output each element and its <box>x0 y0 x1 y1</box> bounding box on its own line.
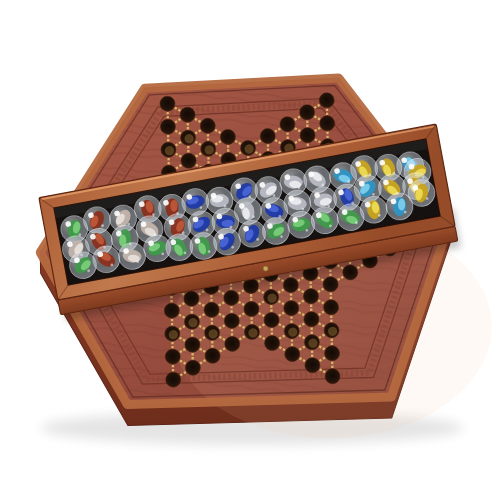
inlay-dash <box>278 301 280 302</box>
inlay-dash <box>275 131 277 132</box>
inlay-dash <box>239 302 241 303</box>
inlay-dash <box>299 326 301 327</box>
inlay-dash <box>195 132 197 133</box>
inlay-dash <box>179 156 181 157</box>
inlay-dash <box>279 142 281 143</box>
inlay-dash <box>262 301 264 302</box>
inlay-dash <box>219 132 221 133</box>
board-hole <box>305 358 320 373</box>
inlay-dash <box>179 328 181 329</box>
inlay-dash <box>200 349 202 350</box>
inlay-dash <box>239 143 241 144</box>
inlay-dash <box>299 358 301 359</box>
inlay-dash <box>179 305 181 306</box>
board-hole <box>325 369 340 384</box>
board-hole <box>260 128 275 143</box>
inlay-dash <box>199 153 201 154</box>
inlay-dash <box>200 362 202 363</box>
inlay-dash <box>222 316 224 317</box>
inlay-dash <box>219 327 221 328</box>
inlay-dash <box>298 303 300 304</box>
board-hole <box>165 349 180 364</box>
inlay-dash <box>319 337 321 338</box>
board-hole <box>300 128 315 143</box>
inlay-dash <box>219 314 221 315</box>
inlay-dash <box>196 155 198 156</box>
board-hole <box>220 129 235 144</box>
inlay-dash <box>259 336 261 337</box>
inlay-dash <box>179 142 181 143</box>
inlay-dash <box>242 313 244 314</box>
inlay-dash <box>322 312 324 313</box>
inlay-dash <box>278 292 280 293</box>
inlay-dash <box>179 165 181 166</box>
inlay-dash <box>184 363 186 364</box>
inlay-dash <box>202 305 204 306</box>
inlay-dash <box>295 142 297 143</box>
inlay-dash <box>299 312 301 313</box>
chinese-checkers-product-photo <box>0 0 500 500</box>
inlay-dash <box>202 314 204 315</box>
inlay-dash <box>319 323 321 324</box>
inlay-dash <box>238 292 240 293</box>
inlay-dash <box>263 338 265 339</box>
inlay-dash <box>322 302 324 303</box>
inlay-dash <box>320 369 322 370</box>
inlay-dash <box>176 154 178 155</box>
inlay-dash <box>275 140 277 141</box>
inlay-dash <box>318 291 320 292</box>
inlay-dash <box>303 360 305 361</box>
inlay-dash <box>302 324 304 325</box>
inlay-dash <box>215 130 217 131</box>
inlay-dash <box>239 315 241 316</box>
inlay-dash <box>319 346 321 347</box>
inlay-dash <box>180 351 182 352</box>
board-hole <box>285 346 300 361</box>
inlay-dash <box>243 327 245 328</box>
inlay-dash <box>178 119 180 120</box>
board-hole <box>319 93 334 108</box>
board-hole <box>160 119 175 134</box>
inlay-dash <box>338 279 340 280</box>
inlay-dash <box>239 152 241 153</box>
inlay-dash <box>282 289 284 290</box>
inlay-dash <box>219 337 221 338</box>
board-hole <box>320 116 335 131</box>
inlay-dash <box>242 290 244 291</box>
inlay-dash <box>219 304 221 305</box>
inlay-dash <box>199 316 201 317</box>
inlay-dash <box>299 335 301 336</box>
inlay-dash <box>259 154 261 155</box>
inlay-dash <box>184 372 186 373</box>
inlay-dash <box>303 337 305 338</box>
inlay-dash <box>183 340 185 341</box>
inlay-dash <box>195 142 197 143</box>
inlay-dash <box>219 141 221 142</box>
inlay-dash <box>179 133 181 134</box>
inlay-dash <box>243 336 245 337</box>
board-hole <box>264 335 279 350</box>
board-hole <box>180 107 195 122</box>
inlay-dash <box>357 267 359 268</box>
inlay-dash <box>315 139 317 140</box>
inlay-dash <box>183 326 185 327</box>
inlay-dash <box>195 119 197 120</box>
inlay-dash <box>235 154 237 155</box>
board-hole <box>225 336 240 351</box>
board-hole <box>264 312 279 327</box>
inlay-dash <box>223 348 225 349</box>
inlay-dash <box>298 130 300 131</box>
inlay-dash <box>203 351 205 352</box>
board-hole <box>166 372 181 387</box>
inlay-dash <box>299 349 301 350</box>
inlay-dash <box>318 277 320 278</box>
inlay-dash <box>323 358 325 359</box>
board-hole <box>299 105 314 120</box>
inlay-dash <box>318 300 320 301</box>
board-hole <box>204 302 219 317</box>
inlay-dash <box>255 152 257 153</box>
inlay-dash <box>182 303 184 304</box>
inlay-dash <box>283 349 285 350</box>
inlay-dash <box>318 314 320 315</box>
board-hole <box>181 153 196 168</box>
inlay-dash <box>216 153 218 154</box>
board-hole <box>323 277 338 292</box>
inlay-dash <box>279 324 281 325</box>
inlay-dash <box>199 144 201 145</box>
inlay-dash <box>199 339 201 340</box>
inlay-dash <box>199 326 201 327</box>
inlay-dash <box>341 277 343 278</box>
board-hole <box>324 346 339 361</box>
inlay-dash <box>314 116 316 117</box>
inlay-dash <box>178 110 180 111</box>
inlay-dash <box>198 121 200 122</box>
inlay-dash <box>321 289 323 290</box>
inlay-dash <box>242 304 244 305</box>
inlay-dash <box>175 108 177 109</box>
inlay-dash <box>258 290 260 291</box>
inlay-dash <box>319 360 321 361</box>
inlay-dash <box>282 326 284 327</box>
inlay-dash <box>279 315 281 316</box>
inlay-dash <box>279 347 281 348</box>
board-hole <box>164 303 179 318</box>
inlay-dash <box>294 119 296 120</box>
inlay-dash <box>180 361 182 362</box>
inlay-dash <box>278 128 280 129</box>
inlay-dash <box>318 118 320 119</box>
inlay-dash <box>199 130 201 131</box>
inlay-dash <box>179 315 181 316</box>
inlay-dash <box>318 128 320 129</box>
inlay-dash <box>262 292 264 293</box>
inlay-dash <box>302 291 304 292</box>
inlay-dash <box>282 312 284 313</box>
inlay-dash <box>183 317 185 318</box>
inlay-dash <box>321 279 323 280</box>
board-hole <box>323 300 338 315</box>
inlay-dash <box>175 121 177 122</box>
inlay-dash <box>223 325 225 326</box>
inlay-dash <box>303 347 305 348</box>
inlay-dash <box>239 338 241 339</box>
inlay-dash <box>255 142 257 143</box>
inlay-dash <box>183 349 185 350</box>
inlay-dash <box>259 326 261 327</box>
inlay-dash <box>203 337 205 338</box>
inlay-dash <box>222 293 224 294</box>
inlay-dash <box>203 360 205 361</box>
inlay-dash <box>315 130 317 131</box>
board-hole <box>284 300 299 315</box>
board-hole <box>224 313 239 328</box>
inlay-dash <box>259 313 261 314</box>
inlay-dash <box>298 140 300 141</box>
inlay-dash <box>298 289 300 290</box>
inlay-dash <box>180 374 182 375</box>
board-hole <box>224 290 239 305</box>
inlay-dash <box>323 371 325 372</box>
inlay-dash <box>180 338 182 339</box>
chinese-checkers-set <box>0 0 500 500</box>
inlay-dash <box>259 303 261 304</box>
inlay-dash <box>282 303 284 304</box>
inlay-dash <box>222 302 224 303</box>
inlay-dash <box>196 165 198 166</box>
inlay-dash <box>215 143 217 144</box>
inlay-dash <box>262 324 264 325</box>
board-hole <box>304 312 319 327</box>
inlay-dash <box>203 328 205 329</box>
inlay-dash <box>302 314 304 315</box>
inlay-dash <box>259 140 261 141</box>
board-hole <box>160 96 175 111</box>
inlay-dash <box>262 315 264 316</box>
board-hole <box>185 360 200 375</box>
board-hole <box>244 301 259 316</box>
inlay-dash <box>279 338 281 339</box>
board-hole <box>205 348 220 363</box>
board-hole <box>280 117 295 132</box>
board-hole <box>200 118 215 133</box>
inlay-dash <box>199 303 201 304</box>
inlay-dash <box>322 335 324 336</box>
inlay-dash <box>219 155 221 156</box>
board-hole <box>185 337 200 352</box>
inlay-dash <box>314 107 316 108</box>
inlay-dash <box>220 350 222 351</box>
inlay-dash <box>318 105 320 106</box>
inlay-dash <box>223 339 225 340</box>
inlay-dash <box>235 141 237 142</box>
inlay-dash <box>298 117 300 118</box>
inlay-dash <box>301 278 303 279</box>
inlay-dash <box>295 128 297 129</box>
inlay-dash <box>283 335 285 336</box>
inlay-dash <box>318 141 320 142</box>
inlay-dash <box>302 301 304 302</box>
inlay-dash <box>322 325 324 326</box>
inlay-dash <box>239 325 241 326</box>
inlay-dash <box>298 280 300 281</box>
board-hole <box>303 289 318 304</box>
inlay-dash <box>176 167 178 168</box>
inlay-dash <box>323 348 325 349</box>
inlay-dash <box>175 131 177 132</box>
inlay-dash <box>175 144 177 145</box>
